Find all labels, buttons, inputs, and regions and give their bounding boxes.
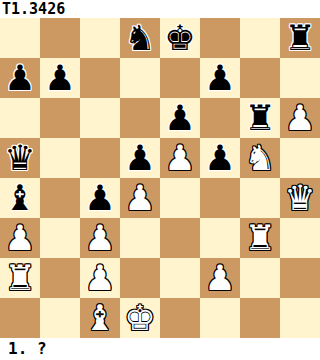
black-pawn: ♟ bbox=[4, 58, 35, 98]
square-f8[interactable] bbox=[200, 18, 240, 58]
square-e6[interactable]: ♟ bbox=[160, 98, 200, 138]
square-g2[interactable] bbox=[240, 258, 280, 298]
square-h8[interactable]: ♜ bbox=[280, 18, 320, 58]
square-c8[interactable] bbox=[80, 18, 120, 58]
square-g6[interactable]: ♜ bbox=[240, 98, 280, 138]
square-e4[interactable] bbox=[160, 178, 200, 218]
square-h4[interactable]: ♛ bbox=[280, 178, 320, 218]
square-b1[interactable] bbox=[40, 298, 80, 338]
square-d4[interactable]: ♟ bbox=[120, 178, 160, 218]
square-g4[interactable] bbox=[240, 178, 280, 218]
square-g5[interactable]: ♞ bbox=[240, 138, 280, 178]
puzzle-id-label: T1.3426 bbox=[0, 0, 320, 18]
square-e2[interactable] bbox=[160, 258, 200, 298]
square-c3[interactable]: ♟ bbox=[80, 218, 120, 258]
square-d2[interactable] bbox=[120, 258, 160, 298]
white-bishop: ♝ bbox=[84, 298, 115, 338]
black-pawn: ♟ bbox=[84, 178, 115, 218]
black-knight: ♞ bbox=[124, 18, 155, 58]
square-f2[interactable]: ♟ bbox=[200, 258, 240, 298]
square-f1[interactable] bbox=[200, 298, 240, 338]
square-e8[interactable]: ♚ bbox=[160, 18, 200, 58]
white-rook: ♜ bbox=[4, 258, 35, 298]
white-pawn: ♟ bbox=[84, 218, 115, 258]
square-c5[interactable] bbox=[80, 138, 120, 178]
black-pawn: ♟ bbox=[164, 98, 195, 138]
square-h7[interactable] bbox=[280, 58, 320, 98]
square-f6[interactable] bbox=[200, 98, 240, 138]
square-c7[interactable] bbox=[80, 58, 120, 98]
white-rook: ♜ bbox=[244, 218, 275, 258]
white-pawn: ♟ bbox=[204, 258, 235, 298]
white-knight: ♞ bbox=[244, 138, 275, 178]
square-d8[interactable]: ♞ bbox=[120, 18, 160, 58]
square-a1[interactable] bbox=[0, 298, 40, 338]
square-f3[interactable] bbox=[200, 218, 240, 258]
white-pawn: ♟ bbox=[4, 218, 35, 258]
square-d3[interactable] bbox=[120, 218, 160, 258]
square-b3[interactable] bbox=[40, 218, 80, 258]
square-b7[interactable]: ♟ bbox=[40, 58, 80, 98]
square-a2[interactable]: ♜ bbox=[0, 258, 40, 298]
square-d1[interactable]: ♚ bbox=[120, 298, 160, 338]
square-b5[interactable] bbox=[40, 138, 80, 178]
white-pawn: ♟ bbox=[124, 178, 155, 218]
square-h3[interactable] bbox=[280, 218, 320, 258]
white-pawn: ♟ bbox=[284, 98, 315, 138]
black-queen: ♛ bbox=[4, 138, 35, 178]
black-bishop: ♝ bbox=[4, 178, 35, 218]
black-king: ♚ bbox=[164, 18, 195, 58]
square-a5[interactable]: ♛ bbox=[0, 138, 40, 178]
move-prompt: 1. ? bbox=[0, 338, 320, 360]
square-h5[interactable] bbox=[280, 138, 320, 178]
square-d5[interactable]: ♟ bbox=[120, 138, 160, 178]
white-queen: ♛ bbox=[284, 178, 315, 218]
square-h6[interactable]: ♟ bbox=[280, 98, 320, 138]
square-e3[interactable] bbox=[160, 218, 200, 258]
black-rook: ♜ bbox=[284, 18, 315, 58]
square-f5[interactable]: ♟ bbox=[200, 138, 240, 178]
square-c1[interactable]: ♝ bbox=[80, 298, 120, 338]
square-c2[interactable]: ♟ bbox=[80, 258, 120, 298]
square-c4[interactable]: ♟ bbox=[80, 178, 120, 218]
square-a7[interactable]: ♟ bbox=[0, 58, 40, 98]
square-b4[interactable] bbox=[40, 178, 80, 218]
square-f4[interactable] bbox=[200, 178, 240, 218]
square-b8[interactable] bbox=[40, 18, 80, 58]
white-pawn: ♟ bbox=[84, 258, 115, 298]
square-g3[interactable]: ♜ bbox=[240, 218, 280, 258]
chess-puzzle-page: T1.3426 ♞♚♜♟♟♟♟♜♟♛♟♟♟♞♝♟♟♛♟♟♜♜♟♟♝♚ 1. ? bbox=[0, 0, 320, 360]
square-d7[interactable] bbox=[120, 58, 160, 98]
square-a4[interactable]: ♝ bbox=[0, 178, 40, 218]
square-e7[interactable] bbox=[160, 58, 200, 98]
chess-board: ♞♚♜♟♟♟♟♜♟♛♟♟♟♞♝♟♟♛♟♟♜♜♟♟♝♚ bbox=[0, 18, 320, 338]
black-rook: ♜ bbox=[244, 98, 275, 138]
square-e1[interactable] bbox=[160, 298, 200, 338]
square-f7[interactable]: ♟ bbox=[200, 58, 240, 98]
black-pawn: ♟ bbox=[124, 138, 155, 178]
square-a6[interactable] bbox=[0, 98, 40, 138]
square-c6[interactable] bbox=[80, 98, 120, 138]
square-a8[interactable] bbox=[0, 18, 40, 58]
black-pawn: ♟ bbox=[204, 138, 235, 178]
square-g1[interactable] bbox=[240, 298, 280, 338]
black-pawn: ♟ bbox=[44, 58, 75, 98]
square-a3[interactable]: ♟ bbox=[0, 218, 40, 258]
white-pawn: ♟ bbox=[164, 138, 195, 178]
square-g8[interactable] bbox=[240, 18, 280, 58]
black-pawn: ♟ bbox=[204, 58, 235, 98]
square-g7[interactable] bbox=[240, 58, 280, 98]
square-h2[interactable] bbox=[280, 258, 320, 298]
square-e5[interactable]: ♟ bbox=[160, 138, 200, 178]
square-h1[interactable] bbox=[280, 298, 320, 338]
white-king: ♚ bbox=[124, 298, 155, 338]
square-d6[interactable] bbox=[120, 98, 160, 138]
square-b2[interactable] bbox=[40, 258, 80, 298]
square-b6[interactable] bbox=[40, 98, 80, 138]
